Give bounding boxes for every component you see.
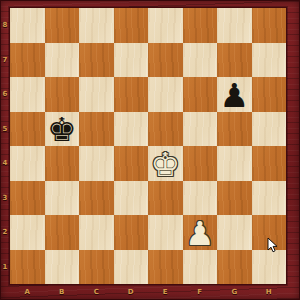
chess-board: ♟♚♚♟	[10, 8, 286, 284]
square-b5[interactable]: ♚	[45, 112, 80, 147]
square-a4[interactable]	[10, 146, 45, 181]
square-e2[interactable]	[148, 215, 183, 250]
square-f6[interactable]	[183, 77, 218, 112]
square-a8[interactable]	[10, 8, 45, 43]
square-e1[interactable]	[148, 250, 183, 285]
square-h3[interactable]	[252, 181, 287, 216]
file-label-a: A	[10, 284, 45, 300]
rank-label-1: 1	[0, 250, 10, 285]
square-f4[interactable]	[183, 146, 218, 181]
square-b2[interactable]	[45, 215, 80, 250]
square-a6[interactable]	[10, 77, 45, 112]
square-h6[interactable]	[252, 77, 287, 112]
square-f7[interactable]	[183, 43, 218, 78]
square-d5[interactable]	[114, 112, 149, 147]
square-f1[interactable]	[183, 250, 218, 285]
square-g5[interactable]	[217, 112, 252, 147]
square-f2[interactable]: ♟	[183, 215, 218, 250]
square-f8[interactable]	[183, 8, 218, 43]
file-label-h: H	[252, 284, 287, 300]
square-b8[interactable]	[45, 8, 80, 43]
square-e4[interactable]: ♚	[148, 146, 183, 181]
file-labels: ABCDEFGH	[10, 284, 286, 300]
square-a2[interactable]	[10, 215, 45, 250]
square-c7[interactable]	[79, 43, 114, 78]
file-label-c: C	[79, 284, 114, 300]
file-label-b: B	[45, 284, 80, 300]
square-b4[interactable]	[45, 146, 80, 181]
black-king[interactable]: ♚	[47, 113, 77, 146]
chess-board-frame: ♟♚♚♟ 87654321 ABCDEFGH	[0, 0, 300, 300]
file-label-d: D	[114, 284, 149, 300]
rank-label-8: 8	[0, 8, 10, 43]
square-d7[interactable]	[114, 43, 149, 78]
square-d8[interactable]	[114, 8, 149, 43]
white-pawn[interactable]: ♟	[185, 217, 215, 250]
rank-label-7: 7	[0, 43, 10, 78]
square-f5[interactable]	[183, 112, 218, 147]
rank-label-4: 4	[0, 146, 10, 181]
square-h7[interactable]	[252, 43, 287, 78]
square-c4[interactable]	[79, 146, 114, 181]
rank-label-2: 2	[0, 215, 10, 250]
square-h1[interactable]	[252, 250, 287, 285]
square-h8[interactable]	[252, 8, 287, 43]
rank-label-5: 5	[0, 112, 10, 147]
square-b7[interactable]	[45, 43, 80, 78]
square-c1[interactable]	[79, 250, 114, 285]
square-g4[interactable]	[217, 146, 252, 181]
square-d3[interactable]	[114, 181, 149, 216]
file-label-g: G	[217, 284, 252, 300]
square-h4[interactable]	[252, 146, 287, 181]
square-d2[interactable]	[114, 215, 149, 250]
square-g8[interactable]	[217, 8, 252, 43]
square-e5[interactable]	[148, 112, 183, 147]
square-a3[interactable]	[10, 181, 45, 216]
file-label-f: F	[183, 284, 218, 300]
square-c8[interactable]	[79, 8, 114, 43]
black-pawn[interactable]: ♟	[219, 79, 249, 112]
square-a7[interactable]	[10, 43, 45, 78]
square-h2[interactable]	[252, 215, 287, 250]
square-e3[interactable]	[148, 181, 183, 216]
rank-labels: 87654321	[0, 8, 10, 284]
square-d4[interactable]	[114, 146, 149, 181]
rank-label-6: 6	[0, 77, 10, 112]
square-b3[interactable]	[45, 181, 80, 216]
square-a5[interactable]	[10, 112, 45, 147]
square-c2[interactable]	[79, 215, 114, 250]
square-g6[interactable]: ♟	[217, 77, 252, 112]
file-label-e: E	[148, 284, 183, 300]
square-b1[interactable]	[45, 250, 80, 285]
square-d6[interactable]	[114, 77, 149, 112]
square-e8[interactable]	[148, 8, 183, 43]
square-c6[interactable]	[79, 77, 114, 112]
square-c3[interactable]	[79, 181, 114, 216]
square-e7[interactable]	[148, 43, 183, 78]
square-f3[interactable]	[183, 181, 218, 216]
square-b6[interactable]	[45, 77, 80, 112]
square-e6[interactable]	[148, 77, 183, 112]
square-a1[interactable]	[10, 250, 45, 285]
square-g3[interactable]	[217, 181, 252, 216]
rank-label-3: 3	[0, 181, 10, 216]
square-c5[interactable]	[79, 112, 114, 147]
square-g1[interactable]	[217, 250, 252, 285]
white-king[interactable]: ♚	[150, 148, 180, 181]
square-g2[interactable]	[217, 215, 252, 250]
square-g7[interactable]	[217, 43, 252, 78]
square-h5[interactable]	[252, 112, 287, 147]
square-d1[interactable]	[114, 250, 149, 285]
